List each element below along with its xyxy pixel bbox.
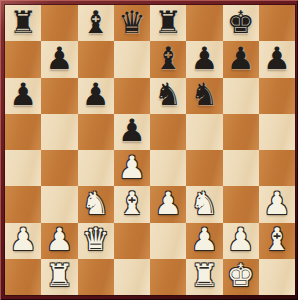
square-e2[interactable]	[150, 223, 186, 259]
square-a3[interactable]	[5, 186, 41, 222]
white-pawn-piece[interactable]: ♟	[190, 224, 218, 255]
white-bishop-piece[interactable]: ♝	[263, 224, 291, 255]
square-f2[interactable]: ♟	[186, 223, 222, 259]
square-a5[interactable]	[5, 114, 41, 150]
square-g4[interactable]	[223, 150, 259, 186]
square-f3[interactable]: ♞	[186, 186, 222, 222]
square-h1[interactable]	[259, 259, 295, 295]
black-bishop-piece[interactable]: ♝	[154, 43, 182, 74]
square-h8[interactable]	[259, 5, 295, 41]
square-a2[interactable]: ♟	[5, 223, 41, 259]
square-c2[interactable]: ♛	[78, 223, 114, 259]
square-d7[interactable]	[114, 41, 150, 77]
square-b2[interactable]: ♟	[41, 223, 77, 259]
black-pawn-piece[interactable]: ♟	[263, 43, 291, 74]
square-h7[interactable]: ♟	[259, 41, 295, 77]
square-e4[interactable]	[150, 150, 186, 186]
square-a1[interactable]	[5, 259, 41, 295]
square-a6[interactable]: ♟	[5, 78, 41, 114]
square-d8[interactable]: ♛	[114, 5, 150, 41]
black-pawn-piece[interactable]: ♟	[45, 43, 73, 74]
square-c1[interactable]	[78, 259, 114, 295]
black-bishop-piece[interactable]: ♝	[82, 7, 110, 38]
square-e7[interactable]: ♝	[150, 41, 186, 77]
black-knight-piece[interactable]: ♞	[190, 79, 218, 110]
square-d2[interactable]	[114, 223, 150, 259]
black-pawn-piece[interactable]: ♟	[190, 43, 218, 74]
square-b1[interactable]: ♜	[41, 259, 77, 295]
white-pawn-piece[interactable]: ♟	[45, 224, 73, 255]
square-b3[interactable]	[41, 186, 77, 222]
chessboard-frame: ♜♝♛♜♚♟♝♟♟♟♟♟♞♞♟♟♞♝♟♞♟♟♟♛♟♟♝♜♜♚	[0, 0, 298, 300]
square-e1[interactable]	[150, 259, 186, 295]
square-b4[interactable]	[41, 150, 77, 186]
square-h5[interactable]	[259, 114, 295, 150]
white-knight-piece[interactable]: ♞	[82, 188, 110, 219]
square-b5[interactable]	[41, 114, 77, 150]
white-pawn-piece[interactable]: ♟	[227, 224, 255, 255]
square-e6[interactable]: ♞	[150, 78, 186, 114]
square-g7[interactable]: ♟	[223, 41, 259, 77]
black-pawn-piece[interactable]: ♟	[9, 79, 37, 110]
square-c6[interactable]: ♟	[78, 78, 114, 114]
square-h3[interactable]: ♟	[259, 186, 295, 222]
black-knight-piece[interactable]: ♞	[154, 79, 182, 110]
black-rook-piece[interactable]: ♜	[154, 7, 182, 38]
square-d6[interactable]	[114, 78, 150, 114]
black-pawn-piece[interactable]: ♟	[82, 79, 110, 110]
square-a8[interactable]: ♜	[5, 5, 41, 41]
white-king-piece[interactable]: ♚	[227, 260, 255, 291]
square-g5[interactable]	[223, 114, 259, 150]
square-f8[interactable]	[186, 5, 222, 41]
square-d4[interactable]: ♟	[114, 150, 150, 186]
square-b8[interactable]	[41, 5, 77, 41]
square-f7[interactable]: ♟	[186, 41, 222, 77]
square-a4[interactable]	[5, 150, 41, 186]
white-rook-piece[interactable]: ♜	[190, 260, 218, 291]
square-e5[interactable]	[150, 114, 186, 150]
black-queen-piece[interactable]: ♛	[118, 7, 146, 38]
white-pawn-piece[interactable]: ♟	[263, 188, 291, 219]
square-g3[interactable]	[223, 186, 259, 222]
square-h6[interactable]	[259, 78, 295, 114]
chessboard: ♜♝♛♜♚♟♝♟♟♟♟♟♞♞♟♟♞♝♟♞♟♟♟♛♟♟♝♜♜♚	[5, 5, 295, 295]
square-b7[interactable]: ♟	[41, 41, 77, 77]
white-bishop-piece[interactable]: ♝	[118, 188, 146, 219]
square-g8[interactable]: ♚	[223, 5, 259, 41]
white-pawn-piece[interactable]: ♟	[9, 224, 37, 255]
white-pawn-piece[interactable]: ♟	[118, 152, 146, 183]
square-h2[interactable]: ♝	[259, 223, 295, 259]
square-c3[interactable]: ♞	[78, 186, 114, 222]
white-queen-piece[interactable]: ♛	[82, 224, 110, 255]
white-rook-piece[interactable]: ♜	[45, 260, 73, 291]
square-f6[interactable]: ♞	[186, 78, 222, 114]
black-pawn-piece[interactable]: ♟	[118, 115, 146, 146]
square-g2[interactable]: ♟	[223, 223, 259, 259]
square-c7[interactable]	[78, 41, 114, 77]
square-c4[interactable]	[78, 150, 114, 186]
black-king-piece[interactable]: ♚	[227, 7, 255, 38]
square-f5[interactable]	[186, 114, 222, 150]
square-h4[interactable]	[259, 150, 295, 186]
square-c5[interactable]	[78, 114, 114, 150]
square-a7[interactable]	[5, 41, 41, 77]
white-pawn-piece[interactable]: ♟	[154, 188, 182, 219]
square-e8[interactable]: ♜	[150, 5, 186, 41]
square-d5[interactable]: ♟	[114, 114, 150, 150]
square-g1[interactable]: ♚	[223, 259, 259, 295]
square-d1[interactable]	[114, 259, 150, 295]
white-knight-piece[interactable]: ♞	[190, 188, 218, 219]
square-f4[interactable]	[186, 150, 222, 186]
square-e3[interactable]: ♟	[150, 186, 186, 222]
square-f1[interactable]: ♜	[186, 259, 222, 295]
square-c8[interactable]: ♝	[78, 5, 114, 41]
square-b6[interactable]	[41, 78, 77, 114]
black-rook-piece[interactable]: ♜	[9, 7, 37, 38]
square-d3[interactable]: ♝	[114, 186, 150, 222]
square-g6[interactable]	[223, 78, 259, 114]
black-pawn-piece[interactable]: ♟	[227, 43, 255, 74]
